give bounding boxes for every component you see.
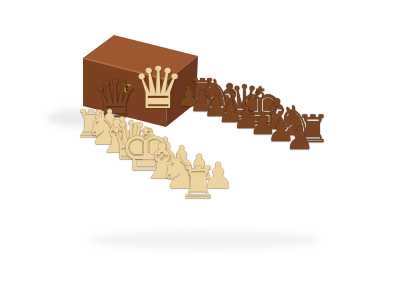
- chess-set-product-photo: ♛ ♛ ♜♞♝♛♚♝♞♜♟♟♟♟♟♟♟♟♟♟♟♟♟♟♟♟♜♞♝♛♚♝♞♜: [0, 0, 400, 300]
- piece-white-rook-h1: ♜: [179, 161, 219, 205]
- board-shadow: [90, 231, 320, 249]
- piece-black-pawn-h7: ♟: [285, 122, 314, 154]
